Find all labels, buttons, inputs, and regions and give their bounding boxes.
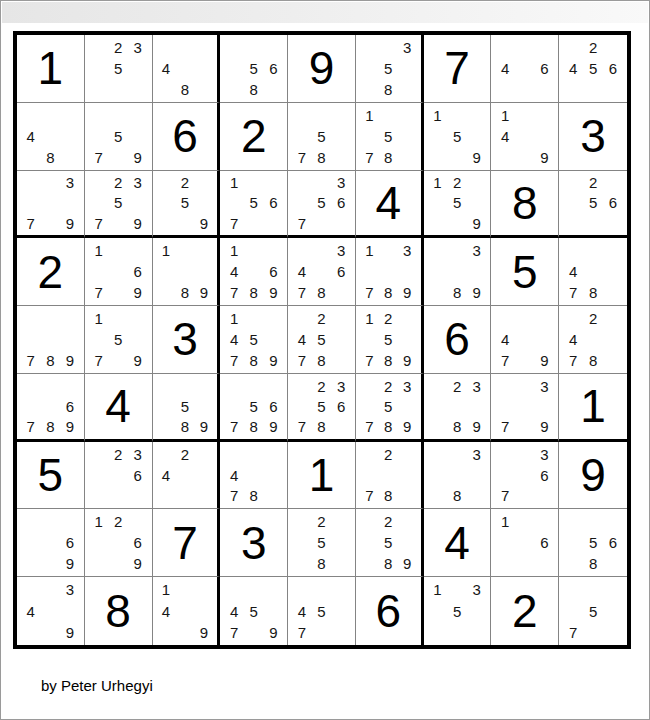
candidate-digit: 5 [447,126,467,147]
candidate-empty [467,486,487,507]
cell-r8c2[interactable]: 1269 [85,509,153,577]
candidate-digit: 8 [379,486,398,507]
cell-r6c2[interactable]: 4 [85,374,153,442]
candidate-empty [360,465,379,486]
candidate-digit: 7 [21,213,41,233]
candidate-empty [535,105,555,126]
candidate-empty [175,240,194,261]
candidate-digit: 6 [535,58,555,79]
candidate-empty [312,173,332,193]
cell-r9c3[interactable]: 149 [153,577,221,645]
candidate-digit: 4 [157,600,176,621]
candidate-digit: 3 [398,376,417,396]
cell-value: 7 [444,45,470,91]
candidate-digit: 5 [312,600,332,621]
cell-r4c5[interactable]: 34678 [288,238,356,306]
candidate-digit: 9 [128,213,148,233]
candidate-digit: 7 [292,622,312,643]
candidate-digit: 1 [428,105,448,126]
candidate-empty [495,465,515,486]
candidate-digit: 8 [312,147,332,168]
candidate-digit: 1 [89,240,109,261]
candidate-grid: 568 [559,509,627,576]
cell-value: 8 [105,588,131,634]
cell-r1c7[interactable]: 7 [424,35,492,103]
candidate-grid: 56789 [220,374,287,439]
cell-r4c6[interactable]: 13789 [356,238,424,306]
candidate-digit: 9 [264,622,284,643]
cell-r8c3[interactable]: 7 [153,509,221,577]
cell-r5c5[interactable]: 24578 [288,306,356,374]
cell-r4c4[interactable]: 146789 [220,238,288,306]
candidate-empty [331,553,351,574]
candidate-empty [224,193,244,213]
cell-r9c7[interactable]: 135 [424,577,492,645]
cell-r2c7[interactable]: 159 [424,103,492,171]
candidate-empty [379,37,398,58]
cell-r3c6[interactable]: 4 [356,171,424,239]
candidate-digit: 5 [312,396,332,416]
candidate-empty [224,58,244,79]
candidate-grid: 48 [153,35,218,102]
candidate-digit: 4 [224,329,244,350]
candidate-empty [128,308,148,329]
cell-r7c6[interactable]: 278 [356,442,424,510]
candidate-digit: 8 [244,282,264,303]
cell-value: 6 [375,588,401,634]
candidate-digit: 3 [535,376,555,396]
candidate-empty [108,486,128,507]
cell-r6c6[interactable]: 235789 [356,374,424,442]
candidate-empty [467,622,487,643]
candidate-empty [495,444,515,465]
cell-r2c8[interactable]: 149 [491,103,559,171]
candidate-empty [108,350,128,371]
candidate-digit: 5 [108,329,128,350]
cell-r8c8[interactable]: 16 [491,509,559,577]
candidate-empty [128,240,148,261]
candidate-empty [264,486,284,507]
candidate-empty [41,308,61,329]
candidate-empty [244,213,264,233]
candidate-empty [583,579,603,600]
candidate-grid: 13789 [356,238,421,305]
candidate-empty [603,350,623,371]
cell-r3c7[interactable]: 1259 [424,171,492,239]
candidate-digit: 2 [379,308,398,329]
candidate-grid: 478 [220,442,287,509]
cell-r8c6[interactable]: 2589 [356,509,424,577]
cell-r2c6[interactable]: 1578 [356,103,424,171]
cell-r2c2[interactable]: 579 [85,103,153,171]
cell-r5c7[interactable]: 6 [424,306,492,374]
candidate-empty [398,308,417,329]
candidate-digit: 7 [224,486,244,507]
cell-r8c5[interactable]: 258 [288,509,356,577]
candidate-grid: 379 [17,171,84,236]
candidate-grid: 57 [559,577,627,645]
candidate-empty [312,213,332,233]
cell-r5c6[interactable]: 125789 [356,306,424,374]
candidate-empty [583,511,603,532]
cell-value: 4 [375,180,401,226]
candidate-empty [515,511,535,532]
cell-r1c3[interactable]: 48 [153,35,221,103]
candidate-digit: 7 [224,622,244,643]
cell-value: 4 [105,383,131,429]
candidate-grid: 578 [288,103,355,170]
candidate-grid: 2589 [356,509,421,576]
cell-r3c2[interactable]: 23579 [85,171,153,239]
candidate-digit: 1 [360,308,379,329]
candidate-empty [194,579,213,600]
candidate-empty [292,511,312,532]
cell-r4c2[interactable]: 1679 [85,238,153,306]
cell-r3c4[interactable]: 1567 [220,171,288,239]
cell-r4c3[interactable]: 189 [153,238,221,306]
cell-r6c8[interactable]: 379 [491,374,559,442]
candidate-empty [467,600,487,621]
candidate-digit: 2 [108,444,128,465]
candidate-digit: 2 [379,511,398,532]
cell-value: 1 [309,452,335,498]
candidate-empty [379,240,398,261]
cell-r7c7[interactable]: 38 [424,442,492,510]
candidate-empty [108,79,128,100]
candidate-empty [264,579,284,600]
cell-r2c3[interactable]: 6 [153,103,221,171]
cell-r7c8[interactable]: 367 [491,442,559,510]
candidate-digit: 7 [360,350,379,371]
candidate-digit: 7 [292,282,312,303]
candidate-digit: 5 [244,600,264,621]
cell-r6c3[interactable]: 589 [153,374,221,442]
candidate-empty [428,147,448,168]
candidate-digit: 2 [447,376,467,396]
candidate-empty [563,553,583,574]
candidate-empty [264,79,284,100]
cell-r1c1[interactable]: 1 [17,35,85,103]
candidate-empty [447,240,467,261]
cell-r5c3[interactable]: 3 [153,306,221,374]
candidate-empty [379,105,398,126]
cell-r5c9[interactable]: 2478 [559,306,627,374]
candidate-empty [398,532,417,553]
candidate-grid: 589 [153,374,218,439]
cell-r8c9[interactable]: 568 [559,509,627,577]
candidate-digit: 9 [264,282,284,303]
candidate-empty [379,261,398,282]
cell-r4c1[interactable]: 2 [17,238,85,306]
cell-r4c7[interactable]: 389 [424,238,492,306]
candidate-empty [535,329,555,350]
candidate-empty [535,126,555,147]
candidate-empty [194,37,213,58]
cell-r7c1[interactable]: 5 [17,442,85,510]
candidate-digit: 7 [89,147,109,168]
candidate-empty [398,126,417,147]
candidate-digit: 5 [175,396,194,416]
candidate-digit: 2 [108,37,128,58]
cell-r2c9[interactable]: 3 [559,103,627,171]
candidate-empty [398,465,417,486]
cell-r3c8[interactable]: 8 [491,171,559,239]
candidate-empty [563,600,583,621]
cell-value: 5 [38,452,64,498]
candidate-empty [331,105,351,126]
candidate-digit: 5 [108,58,128,79]
cell-r6c9[interactable]: 1 [559,374,627,442]
cell-r7c3[interactable]: 24 [153,442,221,510]
candidate-empty [398,329,417,350]
candidate-grid: 2456 [559,35,627,102]
candidate-digit: 9 [60,213,80,233]
candidate-empty [89,553,109,574]
candidate-empty [244,444,264,465]
candidate-digit: 8 [583,350,603,371]
candidate-empty [447,444,467,465]
candidate-empty [583,240,603,261]
candidate-digit: 7 [224,350,244,371]
cell-r1c4[interactable]: 568 [220,35,288,103]
candidate-empty [108,532,128,553]
candidate-empty [264,37,284,58]
candidate-grid: 135 [424,577,491,645]
candidate-digit: 3 [331,173,351,193]
cell-r1c6[interactable]: 358 [356,35,424,103]
candidate-empty [360,79,379,100]
candidate-empty [563,240,583,261]
candidate-empty [89,105,109,126]
candidate-grid: 34678 [288,238,355,305]
cell-r4c8[interactable]: 5 [491,238,559,306]
candidate-empty [515,532,535,553]
candidate-digit: 9 [194,282,213,303]
candidate-empty [447,105,467,126]
candidate-empty [157,396,176,416]
candidate-digit: 9 [128,282,148,303]
cell-r7c5[interactable]: 1 [288,442,356,510]
cell-r7c4[interactable]: 478 [220,442,288,510]
candidate-empty [535,486,555,507]
candidate-empty [467,193,487,213]
candidate-digit: 1 [495,105,515,126]
candidate-empty [603,37,623,58]
candidate-digit: 3 [331,376,351,396]
cell-r1c9[interactable]: 2456 [559,35,627,103]
candidate-empty [495,553,515,574]
cell-r9c4[interactable]: 4579 [220,577,288,645]
candidate-digit: 9 [535,416,555,436]
candidate-grid: 69 [17,509,84,576]
candidate-empty [157,261,176,282]
cell-r8c7[interactable]: 4 [424,509,492,577]
cell-r6c7[interactable]: 2389 [424,374,492,442]
candidate-digit: 7 [292,416,312,436]
candidate-empty [175,37,194,58]
candidate-empty [535,37,555,58]
candidate-empty [515,37,535,58]
candidate-digit: 5 [447,193,467,213]
candidate-digit: 1 [428,579,448,600]
candidate-digit: 4 [292,329,312,350]
candidate-digit: 2 [175,444,194,465]
cell-r5c4[interactable]: 145789 [220,306,288,374]
candidate-empty [583,622,603,643]
candidate-empty [331,579,351,600]
candidate-empty [89,444,109,465]
candidate-empty [41,193,61,213]
cell-r8c1[interactable]: 69 [17,509,85,577]
cell-r9c1[interactable]: 349 [17,577,85,645]
candidate-empty [128,126,148,147]
cell-r8c4[interactable]: 3 [220,509,288,577]
candidate-grid: 349 [17,577,84,645]
candidate-digit: 3 [398,240,417,261]
cell-value: 3 [580,113,606,159]
candidate-digit: 1 [495,511,515,532]
candidate-empty [428,126,448,147]
cell-r7c2[interactable]: 236 [85,442,153,510]
cell-r3c1[interactable]: 379 [17,171,85,239]
candidate-empty [331,600,351,621]
cell-value: 2 [241,113,267,159]
candidate-digit: 5 [312,193,332,213]
candidate-digit: 8 [41,416,61,436]
cell-r9c8[interactable]: 2 [491,577,559,645]
candidate-digit: 3 [467,240,487,261]
candidate-empty [224,376,244,396]
candidate-grid: 256 [559,171,627,236]
candidate-digit: 9 [264,416,284,436]
cell-r9c2[interactable]: 8 [85,577,153,645]
candidate-grid: 189 [153,238,218,305]
candidate-empty [495,532,515,553]
candidate-digit: 7 [563,622,583,643]
candidate-empty [447,396,467,416]
candidate-grid: 235678 [288,374,355,439]
cell-r1c2[interactable]: 235 [85,35,153,103]
cell-r1c8[interactable]: 46 [491,35,559,103]
cell-r3c5[interactable]: 3567 [288,171,356,239]
candidate-digit: 4 [224,600,244,621]
candidate-digit: 8 [41,147,61,168]
cell-r3c9[interactable]: 256 [559,171,627,239]
cell-value: 2 [512,588,538,634]
candidate-grid: 358 [356,35,421,102]
candidate-empty [128,105,148,126]
candidate-digit: 6 [603,532,623,553]
candidate-digit: 6 [603,193,623,213]
candidate-empty [331,622,351,643]
cell-r5c2[interactable]: 1579 [85,306,153,374]
candidate-digit: 5 [244,58,264,79]
candidate-empty [41,105,61,126]
cell-r1c5[interactable]: 9 [288,35,356,103]
candidate-empty [21,193,41,213]
candidate-digit: 8 [379,416,398,436]
candidate-digit: 8 [379,553,398,574]
candidate-empty [89,532,109,553]
candidate-empty [583,329,603,350]
candidate-empty [157,622,176,643]
candidate-digit: 9 [398,282,417,303]
candidate-empty [360,58,379,79]
cell-r6c5[interactable]: 235678 [288,374,356,442]
candidate-empty [495,37,515,58]
candidate-digit: 7 [360,416,379,436]
cell-r4c9[interactable]: 478 [559,238,627,306]
cell-r9c6[interactable]: 6 [356,577,424,645]
candidate-empty [428,444,448,465]
candidate-empty [603,79,623,100]
cell-r7c9[interactable]: 9 [559,442,627,510]
candidate-empty [331,147,351,168]
candidate-digit: 1 [224,308,244,329]
candidate-empty [360,444,379,465]
candidate-digit: 2 [447,173,467,193]
candidate-grid: 145789 [220,306,287,373]
candidate-empty [89,37,109,58]
cell-r9c5[interactable]: 457 [288,577,356,645]
candidate-empty [398,444,417,465]
candidate-empty [41,600,61,621]
candidate-empty [515,126,535,147]
candidate-digit: 6 [128,532,148,553]
cell-r6c1[interactable]: 6789 [17,374,85,442]
candidate-empty [447,147,467,168]
candidate-digit: 7 [89,213,109,233]
cell-r3c3[interactable]: 259 [153,171,221,239]
candidate-digit: 2 [175,173,194,193]
cell-value: 3 [241,520,267,566]
cell-r6c4[interactable]: 56789 [220,374,288,442]
candidate-empty [495,376,515,396]
candidate-digit: 5 [312,126,332,147]
cell-r2c4[interactable]: 2 [220,103,288,171]
candidate-empty [563,193,583,213]
candidate-empty [428,261,448,282]
candidate-digit: 8 [175,416,194,436]
cell-value: 7 [172,520,198,566]
candidate-empty [360,553,379,574]
candidate-digit: 7 [360,486,379,507]
cell-r5c8[interactable]: 479 [491,306,559,374]
candidate-grid: 149 [491,103,558,170]
candidate-grid: 2478 [559,306,627,373]
candidate-empty [603,240,623,261]
candidate-empty [603,173,623,193]
candidate-grid: 789 [17,306,84,373]
candidate-empty [21,622,41,643]
cell-r2c1[interactable]: 48 [17,103,85,171]
candidate-digit: 7 [495,350,515,371]
candidate-grid: 1578 [356,103,421,170]
candidate-empty [515,147,535,168]
candidate-digit: 6 [264,58,284,79]
cell-r9c9[interactable]: 57 [559,577,627,645]
candidate-digit: 5 [583,532,603,553]
candidate-empty [21,376,41,396]
candidate-empty [447,579,467,600]
candidate-empty [224,444,244,465]
cell-r5c1[interactable]: 789 [17,306,85,374]
candidate-digit: 4 [157,58,176,79]
candidate-grid: 46 [491,35,558,102]
candidate-empty [563,79,583,100]
candidate-digit: 8 [244,350,264,371]
cell-r2c5[interactable]: 578 [288,103,356,171]
